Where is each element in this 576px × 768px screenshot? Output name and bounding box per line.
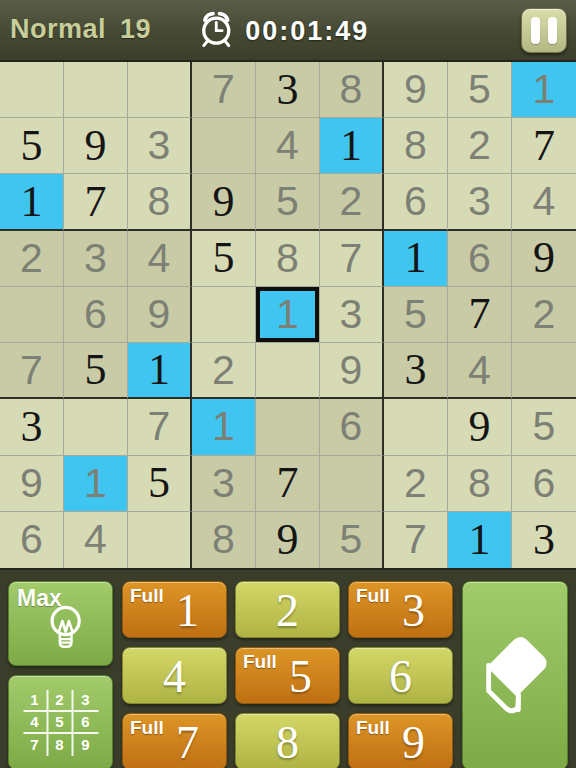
hint-max-button[interactable]: Max [8, 581, 113, 666]
cell-r2c2[interactable]: 9 [64, 118, 128, 174]
cell-r5c9[interactable]: 2 [512, 287, 576, 343]
cell-r2c9[interactable]: 7 [512, 118, 576, 174]
sudoku-board: 7389515934182717895263423458716969135727… [0, 62, 576, 570]
cell-r1c6[interactable]: 8 [320, 62, 384, 118]
cell-r9c1[interactable]: 6 [0, 512, 64, 568]
cell-r4c8[interactable]: 6 [448, 231, 512, 287]
cell-r8c6[interactable] [320, 456, 384, 512]
cell-r2c1[interactable]: 5 [0, 118, 64, 174]
number-pad: Full12Full34Full56Full78Full9 [122, 581, 453, 768]
cell-r1c5[interactable]: 3 [256, 62, 320, 118]
keypad-9-button[interactable]: Full9 [348, 713, 453, 768]
keypad-digit: 3 [402, 584, 425, 637]
cell-r9c5[interactable]: 9 [256, 512, 320, 568]
cell-r9c7[interactable]: 7 [384, 512, 448, 568]
cell-r7c2[interactable] [64, 399, 128, 455]
keypad-digit: 2 [276, 584, 299, 637]
cell-r8c4[interactable]: 3 [192, 456, 256, 512]
cell-r5c7[interactable]: 5 [384, 287, 448, 343]
cell-r3c3[interactable]: 8 [128, 174, 192, 230]
keypad-7-button[interactable]: Full7 [122, 713, 227, 768]
cell-r8c1[interactable]: 9 [0, 456, 64, 512]
keypad-digit: 7 [176, 716, 199, 768]
keypad-digit: 5 [289, 650, 312, 703]
keypad-6-button[interactable]: 6 [348, 647, 453, 704]
mini-grid-digit: 1 [23, 690, 48, 712]
cell-r1c7[interactable]: 9 [384, 62, 448, 118]
keypad-digit: 8 [276, 716, 299, 768]
mini-grid-digit: 5 [48, 712, 73, 734]
cell-r9c2[interactable]: 4 [64, 512, 128, 568]
keypad-3-button[interactable]: Full3 [348, 581, 453, 638]
keypad-digit: 6 [389, 650, 412, 703]
cell-r3c5[interactable]: 5 [256, 174, 320, 230]
cell-r5c8[interactable]: 7 [448, 287, 512, 343]
alarm-clock-icon [196, 8, 236, 54]
mini-grid-1-9-icon: 123456789 [23, 690, 98, 756]
cell-r1c1[interactable] [0, 62, 64, 118]
control-panel: Max 123456789 Full12Full34Full56Full78Fu… [0, 570, 576, 768]
cell-r8c3[interactable]: 5 [128, 456, 192, 512]
cell-r5c1[interactable] [0, 287, 64, 343]
cell-r6c6[interactable]: 9 [320, 343, 384, 399]
cell-r3c2[interactable]: 7 [64, 174, 128, 230]
cell-r3c9[interactable]: 4 [512, 174, 576, 230]
left-controls: Max 123456789 [8, 581, 113, 768]
cell-r6c5[interactable] [256, 343, 320, 399]
cell-r3c1[interactable]: 1 [0, 174, 64, 230]
lightbulb-icon [36, 600, 94, 662]
keypad-4-button[interactable]: 4 [122, 647, 227, 704]
cell-r7c7[interactable] [384, 399, 448, 455]
cell-r6c1[interactable]: 7 [0, 343, 64, 399]
cell-r6c2[interactable]: 5 [64, 343, 128, 399]
cell-r3c8[interactable]: 3 [448, 174, 512, 230]
cell-r4c9[interactable]: 9 [512, 231, 576, 287]
cell-r8c8[interactable]: 8 [448, 456, 512, 512]
cell-r5c4[interactable] [192, 287, 256, 343]
eraser-button[interactable] [462, 581, 568, 768]
cell-r8c2[interactable]: 1 [64, 456, 128, 512]
cell-r6c4[interactable]: 2 [192, 343, 256, 399]
mini-grid-digit: 3 [73, 690, 98, 712]
timer-group: 00:01:49 [196, 0, 369, 62]
level-number: 19 [120, 14, 151, 44]
cell-r4c5[interactable]: 8 [256, 231, 320, 287]
cell-r3c7[interactable]: 6 [384, 174, 448, 230]
mini-grid-digit: 7 [23, 734, 48, 756]
cell-r7c6[interactable]: 6 [320, 399, 384, 455]
keypad-2-button[interactable]: 2 [235, 581, 340, 638]
full-badge: Full [130, 585, 164, 607]
cell-r6c7[interactable]: 3 [384, 343, 448, 399]
keypad-8-button[interactable]: 8 [235, 713, 340, 768]
header-bar: Normal19 00:01:49 [0, 0, 576, 62]
cell-r7c8[interactable]: 9 [448, 399, 512, 455]
cell-r2c8[interactable]: 2 [448, 118, 512, 174]
cell-r4c4[interactable]: 5 [192, 231, 256, 287]
cell-r2c4[interactable] [192, 118, 256, 174]
cell-r5c6[interactable]: 3 [320, 287, 384, 343]
pause-icon [548, 17, 557, 44]
cell-r4c7[interactable]: 1 [384, 231, 448, 287]
cell-r5c2[interactable]: 6 [64, 287, 128, 343]
cell-r4c2[interactable]: 3 [64, 231, 128, 287]
sudoku-app: Normal19 00:01:49 7389515934182717895263… [0, 0, 576, 768]
notes-mode-button[interactable]: 123456789 [8, 675, 113, 768]
cell-r6c3[interactable]: 1 [128, 343, 192, 399]
eraser-icon [472, 626, 558, 726]
pause-button[interactable] [521, 8, 567, 53]
mini-grid-digit: 9 [73, 734, 98, 756]
cell-r1c9[interactable]: 1 [512, 62, 576, 118]
cell-r1c8[interactable]: 5 [448, 62, 512, 118]
cell-r5c3[interactable]: 9 [128, 287, 192, 343]
cell-r4c1[interactable]: 2 [0, 231, 64, 287]
cell-r1c4[interactable]: 7 [192, 62, 256, 118]
mini-grid-digit: 8 [48, 734, 73, 756]
cell-r6c9[interactable] [512, 343, 576, 399]
cell-r8c7[interactable]: 2 [384, 456, 448, 512]
cell-r1c2[interactable] [64, 62, 128, 118]
cell-r7c9[interactable]: 5 [512, 399, 576, 455]
cell-r9c6[interactable]: 5 [320, 512, 384, 568]
cell-r7c3[interactable]: 7 [128, 399, 192, 455]
pause-icon [531, 17, 540, 44]
cell-r2c5[interactable]: 4 [256, 118, 320, 174]
full-badge: Full [356, 717, 390, 739]
full-badge: Full [243, 651, 277, 673]
cell-r3c6[interactable]: 2 [320, 174, 384, 230]
cell-r6c8[interactable]: 4 [448, 343, 512, 399]
cell-r7c1[interactable]: 3 [0, 399, 64, 455]
timer-value: 00:01:49 [245, 16, 369, 47]
cell-r5c5[interactable]: 1 [256, 287, 320, 343]
mode-text: Normal [10, 14, 106, 44]
cell-r2c3[interactable]: 3 [128, 118, 192, 174]
cell-r8c5[interactable]: 7 [256, 456, 320, 512]
cell-r3c4[interactable]: 9 [192, 174, 256, 230]
cell-r1c3[interactable] [128, 62, 192, 118]
cell-r4c6[interactable]: 7 [320, 231, 384, 287]
cell-r7c4[interactable]: 1 [192, 399, 256, 455]
keypad-digit: 9 [402, 716, 425, 768]
keypad-digit: 1 [176, 584, 199, 637]
cell-r9c8[interactable]: 1 [448, 512, 512, 568]
full-badge: Full [356, 585, 390, 607]
cell-r2c6[interactable]: 1 [320, 118, 384, 174]
keypad-5-button[interactable]: Full5 [235, 647, 340, 704]
mini-grid-digit: 2 [48, 690, 73, 712]
mini-grid-digit: 6 [73, 712, 98, 734]
cell-r8c9[interactable]: 6 [512, 456, 576, 512]
cell-r9c9[interactable]: 3 [512, 512, 576, 568]
keypad-1-button[interactable]: Full1 [122, 581, 227, 638]
mini-grid-digit: 4 [23, 712, 48, 734]
full-badge: Full [130, 717, 164, 739]
cell-r7c5[interactable] [256, 399, 320, 455]
cell-r4c3[interactable]: 4 [128, 231, 192, 287]
cell-r2c7[interactable]: 8 [384, 118, 448, 174]
cell-r9c3[interactable] [128, 512, 192, 568]
cell-r9c4[interactable]: 8 [192, 512, 256, 568]
keypad-digit: 4 [163, 650, 186, 703]
difficulty-label: Normal19 [10, 14, 151, 45]
